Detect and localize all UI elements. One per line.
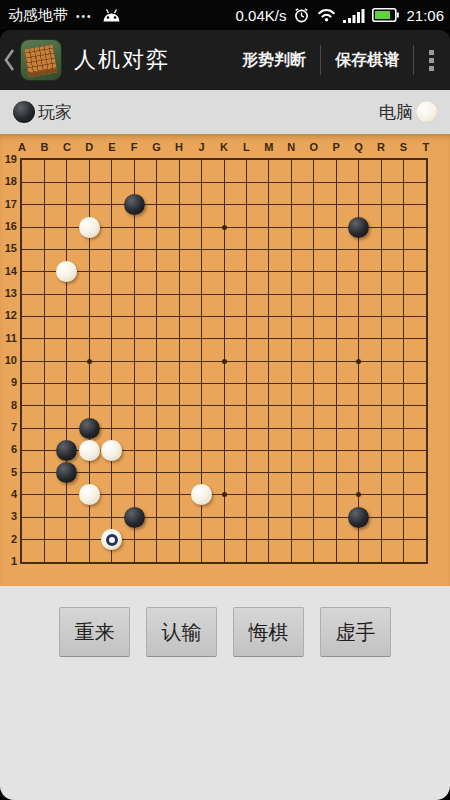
player-label: 玩家 — [38, 101, 72, 124]
stone-black-Q3 — [348, 507, 369, 528]
resign-button[interactable]: 认输 — [146, 607, 217, 657]
grid-line — [291, 160, 292, 562]
stone-black-F17 — [124, 194, 145, 215]
app-header: 人机对弈 形势判断 保存棋谱 — [0, 30, 450, 90]
row-label-17: 17 — [0, 198, 17, 210]
star-point-K10 — [222, 359, 227, 364]
grid-line — [22, 472, 426, 473]
col-label-N: N — [280, 141, 302, 153]
col-label-Q: Q — [348, 141, 370, 153]
overflow-menu-button[interactable] — [414, 30, 448, 90]
alarm-clock-icon — [293, 7, 310, 24]
android-icon — [101, 8, 122, 23]
stone-white-D6 — [79, 440, 100, 461]
page-title: 人机对弈 — [74, 45, 170, 75]
row-label-16: 16 — [0, 220, 17, 232]
col-label-B: B — [33, 141, 55, 153]
carrier-label: 动感地带 — [8, 6, 68, 25]
player-bar: 玩家 电脑 — [0, 90, 450, 134]
row-label-18: 18 — [0, 175, 17, 187]
row-label-4: 4 — [0, 488, 17, 500]
undo-button[interactable]: 悔棋 — [233, 607, 304, 657]
restart-button[interactable]: 重来 — [59, 607, 130, 657]
stone-white-E6 — [101, 440, 122, 461]
col-label-G: G — [146, 141, 168, 153]
row-label-19: 19 — [0, 153, 17, 165]
row-label-12: 12 — [0, 309, 17, 321]
col-label-P: P — [325, 141, 347, 153]
row-label-2: 2 — [0, 533, 17, 545]
col-label-O: O — [303, 141, 325, 153]
row-label-8: 8 — [0, 399, 17, 411]
grid-line — [313, 160, 314, 562]
col-label-F: F — [123, 141, 145, 153]
stone-white-D16 — [79, 217, 100, 238]
star-point-K4 — [222, 492, 227, 497]
stone-black-D7 — [79, 418, 100, 439]
col-label-R: R — [370, 141, 392, 153]
col-label-A: A — [11, 141, 33, 153]
back-button[interactable] — [0, 30, 18, 90]
wifi-icon — [317, 8, 336, 22]
row-label-3: 3 — [0, 510, 17, 522]
col-label-M: M — [258, 141, 280, 153]
goban[interactable]: ABCDEFGHJKLMNOPQRST191817161514131211109… — [0, 134, 450, 586]
grid-line — [403, 160, 404, 562]
row-label-10: 10 — [0, 354, 17, 366]
last-move-marker — [106, 534, 118, 546]
row-label-13: 13 — [0, 287, 17, 299]
row-label-14: 14 — [0, 265, 17, 277]
stone-black-F3 — [124, 507, 145, 528]
grid-line — [22, 383, 426, 384]
white-stone-icon — [416, 101, 438, 123]
black-stone-icon — [13, 101, 35, 123]
col-label-C: C — [56, 141, 78, 153]
computer-label: 电脑 — [379, 101, 413, 124]
col-label-S: S — [393, 141, 415, 153]
col-label-D: D — [78, 141, 100, 153]
row-label-9: 9 — [0, 376, 17, 388]
row-label-1: 1 — [0, 555, 17, 567]
signal-icon — [343, 8, 365, 23]
star-point-Q10 — [356, 359, 361, 364]
grid-line — [246, 160, 247, 562]
app-icon — [20, 39, 62, 81]
col-label-K: K — [213, 141, 235, 153]
row-label-15: 15 — [0, 242, 17, 254]
col-label-E: E — [101, 141, 123, 153]
bottom-panel: 重来 认输 悔棋 虚手 — [0, 586, 450, 800]
col-label-H: H — [168, 141, 190, 153]
star-point-D10 — [87, 359, 92, 364]
row-label-7: 7 — [0, 421, 17, 433]
row-label-5: 5 — [0, 466, 17, 478]
star-point-K16 — [222, 225, 227, 230]
stone-black-Q16 — [348, 217, 369, 238]
row-label-11: 11 — [0, 332, 17, 344]
signal-dots: ••• — [76, 11, 93, 22]
clock-label: 21:06 — [406, 7, 444, 24]
position-judge-button[interactable]: 形势判断 — [228, 30, 320, 90]
battery-icon — [372, 8, 399, 22]
pass-button[interactable]: 虚手 — [320, 607, 391, 657]
col-label-J: J — [191, 141, 213, 153]
grid-line — [336, 160, 337, 562]
row-label-6: 6 — [0, 443, 17, 455]
grid-line — [268, 160, 269, 562]
grid-line — [381, 160, 382, 562]
grid-line — [22, 539, 426, 540]
status-bar: 动感地带 ••• 0.04K/s — [0, 0, 450, 30]
net-speed-label: 0.04K/s — [236, 7, 287, 24]
save-record-button[interactable]: 保存棋谱 — [321, 30, 413, 90]
grid-line — [22, 405, 426, 406]
col-label-T: T — [415, 141, 437, 153]
col-label-L: L — [235, 141, 257, 153]
